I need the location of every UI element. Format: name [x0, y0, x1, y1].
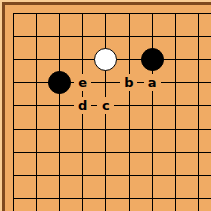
point-label: e — [74, 74, 91, 91]
black-stone — [141, 48, 164, 71]
go-board: abcde — [5, 5, 211, 211]
point-label: b — [120, 74, 137, 91]
black-stone-point — [141, 48, 164, 71]
point-label: a — [144, 74, 161, 91]
white-stone-point — [94, 48, 117, 71]
black-stone — [48, 71, 71, 94]
black-stone-point — [48, 71, 71, 94]
intersection-grid: abcde — [5, 5, 210, 210]
point-label: d — [74, 97, 91, 114]
white-stone — [94, 48, 117, 71]
go-board-diagram: abcde — [0, 0, 211, 211]
label-point-b: b — [117, 71, 140, 94]
label-point-d: d — [71, 94, 94, 117]
label-point-c: c — [94, 94, 117, 117]
label-point-a: a — [141, 71, 164, 94]
point-label: c — [97, 97, 114, 114]
label-point-e: e — [71, 71, 94, 94]
board-edge-bevel: abcde — [2, 2, 211, 211]
